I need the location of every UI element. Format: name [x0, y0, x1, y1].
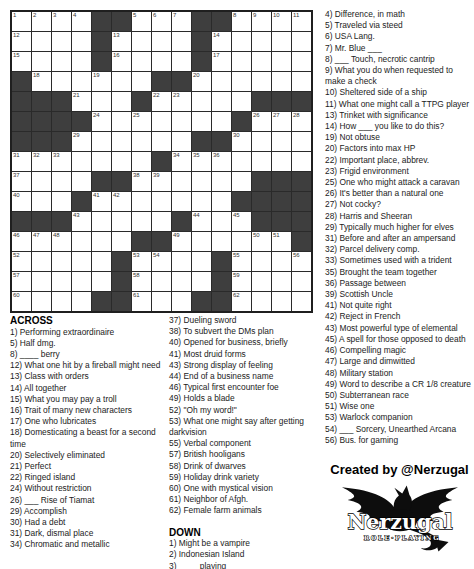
clue: 16) Trait of many new characters [10, 405, 162, 416]
grid-cell[interactable] [232, 72, 251, 91]
grid-cell[interactable]: 45 [232, 212, 251, 231]
grid-cell[interactable] [172, 272, 191, 291]
grid-cell[interactable] [152, 32, 171, 51]
grid-cell[interactable] [92, 132, 111, 151]
grid-cell-black [12, 132, 31, 151]
grid-cell[interactable]: 14 [212, 32, 231, 51]
grid-cell[interactable]: 38 [132, 172, 151, 191]
cell-number: 10 [273, 12, 280, 19]
grid-cell[interactable] [192, 232, 211, 251]
cell-number: 37 [13, 172, 20, 179]
clue: 26) It's better than a natural one [325, 188, 474, 199]
grid-cell[interactable] [232, 172, 251, 191]
grid-cell[interactable]: 42 [112, 192, 131, 211]
grid-cell[interactable]: 32 [32, 152, 51, 171]
grid-cell[interactable]: 62 [232, 292, 251, 311]
grid-cell-black [32, 112, 51, 131]
logo-subtitle-text: ROLE·PLAYING [364, 534, 440, 541]
clue: 4) Difference, in math [325, 9, 474, 20]
grid-cell[interactable] [112, 152, 131, 171]
grid-cell[interactable]: 30 [232, 132, 251, 151]
grid-cell[interactable]: 28 [292, 112, 311, 131]
grid-cell[interactable]: 6 [152, 12, 171, 31]
grid-cell[interactable]: 22 [152, 92, 171, 111]
grid-cell[interactable] [192, 272, 211, 291]
grid-cell[interactable] [152, 52, 171, 71]
cell-number: 49 [173, 232, 180, 239]
clue: 39) Scottish Uncle [325, 289, 474, 300]
grid-cell[interactable] [172, 112, 191, 131]
clue: 13) Trinket with significance [325, 110, 474, 121]
grid-cell[interactable] [272, 152, 291, 171]
grid-cell-black [112, 252, 131, 271]
grid-cell[interactable] [72, 292, 91, 311]
grid-cell[interactable] [52, 192, 71, 211]
cell-number: 62 [233, 292, 240, 299]
grid-cell[interactable] [52, 72, 71, 91]
grid-cell[interactable]: 9 [252, 12, 271, 31]
grid-cell[interactable] [92, 212, 111, 231]
grid-cell[interactable] [232, 52, 251, 71]
grid-cell[interactable]: 17 [212, 52, 231, 71]
grid-cell[interactable] [232, 152, 251, 171]
grid-cell[interactable] [92, 152, 111, 171]
clue: 20) Factors into max HP [325, 143, 474, 154]
grid-cell[interactable] [272, 292, 291, 311]
grid-cell-black [172, 72, 191, 91]
grid-cell-black [192, 292, 211, 311]
clue: 10) Sheltered side of a ship [325, 87, 474, 98]
clue: 24) Without restriction [10, 483, 162, 494]
clue: 2) Indonesian Island [169, 549, 315, 560]
cell-number: 29 [73, 132, 80, 139]
clue: 29) Typically much higher for elves [325, 222, 474, 233]
grid-cell[interactable] [32, 272, 51, 291]
dragon-logo-icon: Nerzugal ROLE·PLAYING [333, 480, 467, 562]
cell-number: 23 [173, 92, 180, 99]
grid-cell[interactable] [132, 152, 151, 171]
grid-cell[interactable] [252, 272, 271, 291]
grid-cell-black [12, 72, 31, 91]
grid-cell[interactable] [172, 52, 191, 71]
grid-cell[interactable] [132, 72, 151, 91]
grid-cell[interactable] [152, 212, 171, 231]
clue: 44) End of a business name [169, 371, 315, 382]
grid-cell[interactable] [112, 212, 131, 231]
grid-cell[interactable]: 19 [92, 72, 111, 91]
grid-cell[interactable]: 4 [72, 12, 91, 31]
cell-number: 5 [133, 12, 136, 19]
cell-number: 51 [273, 232, 280, 239]
cell-number: 18 [33, 72, 40, 79]
grid-cell[interactable]: 61 [132, 292, 151, 311]
clue: 41) Not quite right [325, 300, 474, 311]
grid-cell-black [52, 132, 71, 151]
grid-cell[interactable]: 11 [292, 12, 311, 31]
cell-number: 22 [153, 92, 160, 99]
clue: 46) Compelling magic [325, 345, 474, 356]
clue: 5) Traveled via steed [325, 20, 474, 31]
grid-cell-black [232, 192, 251, 211]
clue: 31) Before and after an ampersand [325, 233, 474, 244]
grid-cell[interactable] [112, 112, 131, 131]
clue: 36) Passage between [325, 278, 474, 289]
grid-cell[interactable]: 49 [172, 232, 191, 251]
grid-cell[interactable]: 20 [192, 72, 211, 91]
grid-cell[interactable]: 23 [172, 92, 191, 111]
clue: 8) ___ Touch, necrotic cantrip [325, 54, 474, 65]
grid-cell[interactable]: 13 [112, 32, 131, 51]
grid-cell[interactable] [72, 52, 91, 71]
cell-number: 47 [33, 232, 40, 239]
cell-number: 32 [33, 152, 40, 159]
clue: 25) One who might attack a caravan [325, 177, 474, 188]
grid-cell[interactable] [152, 272, 171, 291]
grid-cell[interactable] [212, 112, 231, 131]
grid-cell[interactable] [152, 112, 171, 131]
grid-cell[interactable]: 37 [12, 172, 31, 191]
cell-number: 31 [13, 152, 20, 159]
grid-cell[interactable]: 2 [32, 12, 51, 31]
cell-number: 27 [273, 112, 280, 119]
grid-cell[interactable]: 12 [12, 32, 31, 51]
grid-cell-black [172, 212, 191, 231]
grid-cell[interactable]: 52 [12, 252, 31, 271]
cell-number: 45 [233, 212, 240, 219]
grid-cell-black [112, 172, 131, 191]
publisher-logo: Nerzugal ROLE·PLAYING [325, 480, 474, 565]
clue: 28) Harris and Sheeran [325, 211, 474, 222]
clue: 53) Warlock companion [325, 412, 474, 423]
grid-cell-black [12, 92, 31, 111]
grid-cell[interactable] [132, 132, 151, 151]
grid-cell[interactable] [92, 272, 111, 291]
clue: 8) ____ berry [10, 349, 162, 360]
grid-cell[interactable] [132, 192, 151, 211]
grid-cell[interactable]: 34 [172, 152, 191, 171]
grid-cell[interactable] [72, 152, 91, 171]
grid-cell[interactable] [152, 192, 171, 211]
grid-cell-black [192, 12, 211, 31]
clue: 18) Domesticating a beast for a second t… [10, 427, 162, 449]
cell-number: 39 [153, 172, 160, 179]
clue: 51) Wise one [325, 401, 474, 412]
grid-cell[interactable] [292, 152, 311, 171]
cell-number: 50 [253, 232, 260, 239]
grid-cell-black [112, 272, 131, 291]
clue: 7) Mr. Blue ___ [325, 43, 474, 54]
grid-cell[interactable] [32, 172, 51, 191]
grid-cell-black [12, 212, 31, 231]
grid-cell[interactable] [272, 52, 291, 71]
grid-cell[interactable]: 36 [212, 152, 231, 171]
grid-cell-black [152, 232, 171, 251]
grid-cell-black [192, 32, 211, 51]
grid-cell[interactable]: 53 [132, 252, 151, 271]
grid-cell[interactable] [172, 192, 191, 211]
cell-number: 8 [233, 12, 236, 19]
clue: 33) Sometimes used with a trident [325, 255, 474, 266]
grid-cell-black [52, 112, 71, 131]
crossword-grid: 1234567891011121314151617181920212223242… [10, 10, 313, 313]
grid-cell[interactable]: 40 [12, 192, 31, 211]
grid-cell-black [32, 212, 51, 231]
grid-cell[interactable] [172, 172, 191, 191]
grid-cell[interactable] [112, 132, 131, 151]
cell-number: 46 [13, 232, 20, 239]
clue: 50) Subterranean race [325, 390, 474, 401]
grid-cell[interactable]: 3 [52, 12, 71, 31]
grid-cell[interactable]: 26 [252, 112, 271, 131]
grid-cell[interactable] [52, 272, 71, 291]
grid-cell-black [292, 172, 311, 191]
grid-cell[interactable]: 29 [72, 132, 91, 151]
grid-cell[interactable]: 25 [132, 112, 151, 131]
grid-cell[interactable] [132, 212, 151, 231]
grid-cell[interactable] [52, 172, 71, 191]
grid-cell[interactable]: 39 [152, 172, 171, 191]
grid-cell[interactable]: 60 [12, 292, 31, 311]
grid-cell[interactable] [172, 32, 191, 51]
grid-cell[interactable] [272, 32, 291, 51]
grid-cell[interactable] [72, 232, 91, 251]
grid-cell[interactable]: 48 [52, 232, 71, 251]
cell-number: 48 [53, 232, 60, 239]
grid-cell[interactable] [72, 172, 91, 191]
grid-cell-black [252, 212, 271, 231]
grid-cell[interactable] [52, 292, 71, 311]
grid-cell[interactable] [72, 72, 91, 91]
grid-cell[interactable]: 56 [292, 252, 311, 271]
grid-cell[interactable] [92, 92, 111, 111]
grid-cell-black [12, 112, 31, 131]
clue: 59) Holiday drink variety [169, 472, 315, 483]
cell-number: 3 [53, 12, 56, 19]
grid-cell[interactable]: 51 [272, 232, 291, 251]
grid-cell[interactable]: 8 [232, 12, 251, 31]
grid-cell[interactable]: 7 [172, 12, 191, 31]
grid-cell[interactable]: 21 [72, 92, 91, 111]
grid-cell[interactable]: 18 [32, 72, 51, 91]
grid-cell[interactable] [292, 52, 311, 71]
cell-number: 61 [133, 292, 140, 299]
clue: 5) Half dmg. [10, 338, 162, 349]
grid-cell[interactable] [132, 32, 151, 51]
grid-cell[interactable] [72, 32, 91, 51]
grid-cell[interactable]: 47 [32, 232, 51, 251]
clue: 53) What one might say after getting dar… [169, 416, 315, 438]
grid-cell[interactable] [192, 92, 211, 111]
grid-cell[interactable] [172, 132, 191, 151]
grid-cell[interactable]: 15 [12, 52, 31, 71]
grid-cell[interactable] [52, 252, 71, 271]
grid-cell-black [212, 252, 231, 271]
grid-cell[interactable]: 55 [232, 252, 251, 271]
grid-cell[interactable] [212, 232, 231, 251]
grid-cell-black [152, 152, 171, 171]
grid-cell[interactable] [212, 192, 231, 211]
grid-cell[interactable] [252, 32, 271, 51]
clue: 17) One who lubricates [10, 416, 162, 427]
grid-cell[interactable] [192, 252, 211, 271]
grid-cell[interactable] [32, 52, 51, 71]
grid-cell-black [252, 192, 271, 211]
clue: 29) Accomplish [10, 506, 162, 517]
clue: 14) All together [10, 383, 162, 394]
grid-cell[interactable] [252, 52, 271, 71]
clue: 1) Might be a vampire [169, 538, 315, 549]
cell-number: 6 [153, 12, 156, 19]
clue: 46) Typical first encounter foe [169, 382, 315, 393]
clue-column: 4) Difference, in math5) Traveled via st… [325, 9, 474, 565]
grid-cell[interactable] [292, 292, 311, 311]
grid-cell[interactable]: 10 [272, 12, 291, 31]
cell-number: 9 [253, 12, 256, 19]
grid-cell[interactable]: 54 [152, 252, 171, 271]
cell-number: 24 [93, 112, 100, 119]
grid-cell[interactable] [112, 72, 131, 91]
grid-cell[interactable]: 31 [12, 152, 31, 171]
grid-cell-black [272, 212, 291, 231]
grid-cell[interactable] [252, 292, 271, 311]
grid-cell-black [152, 72, 171, 91]
grid-cell[interactable] [272, 252, 291, 271]
grid-cell[interactable] [252, 72, 271, 91]
cell-number: 56 [293, 252, 300, 259]
cell-number: 58 [133, 272, 140, 279]
cell-number: 4 [73, 12, 76, 19]
cell-number: 11 [293, 12, 299, 19]
clue: 22) Ringed island [10, 472, 162, 483]
grid-cell[interactable]: 1 [12, 12, 31, 31]
grid-cell[interactable]: 44 [192, 212, 211, 231]
grid-cell[interactable]: 43 [72, 212, 91, 231]
clue-list-header: ACROSS [10, 315, 162, 327]
grid-cell[interactable] [252, 252, 271, 271]
grid-cell-black [212, 132, 231, 151]
grid-cell[interactable] [52, 32, 71, 51]
clue: 38) To subvert the DMs plan [169, 326, 315, 337]
grid-cell[interactable] [112, 92, 131, 111]
grid-cell[interactable] [212, 92, 231, 111]
cell-number: 44 [193, 212, 200, 219]
grid-cell[interactable] [292, 72, 311, 91]
grid-cell-black [292, 92, 311, 111]
clue: 49) Holds a blade [169, 393, 315, 404]
grid-cell[interactable] [152, 292, 171, 311]
grid-cell-black [92, 172, 111, 191]
clue-list-header: DOWN [169, 527, 315, 539]
grid-cell[interactable] [32, 32, 51, 51]
clue: 22) Important place, abbrev. [325, 155, 474, 166]
grid-cell[interactable] [212, 212, 231, 231]
cell-number: 40 [13, 192, 20, 199]
grid-cell[interactable] [32, 192, 51, 211]
clue: 37) Dueling sword [169, 315, 315, 326]
grid-cell[interactable] [32, 252, 51, 271]
clue: 56) Bus. for gaming [325, 435, 474, 446]
grid-cell[interactable] [92, 252, 111, 271]
grid-cell-black [32, 92, 51, 111]
grid-cell-black [32, 132, 51, 151]
grid-cell[interactable]: 50 [252, 232, 271, 251]
grid-cell[interactable] [292, 32, 311, 51]
clue: 35) Brought the team together [325, 267, 474, 278]
grid-cell[interactable] [232, 92, 251, 111]
grid-cell[interactable] [232, 232, 251, 251]
grid-cell[interactable]: 57 [12, 272, 31, 291]
grid-cell[interactable] [172, 252, 191, 271]
grid-cell[interactable] [192, 172, 211, 191]
grid-cell[interactable] [192, 112, 211, 131]
grid-cell[interactable] [212, 72, 231, 91]
grid-cell[interactable] [192, 192, 211, 211]
grid-cell[interactable] [232, 32, 251, 51]
grid-cell[interactable] [292, 272, 311, 291]
grid-cell[interactable]: 5 [132, 12, 151, 31]
grid-cell[interactable] [152, 132, 171, 151]
logo-name-text: Nerzugal [347, 510, 452, 534]
grid-cell[interactable] [252, 132, 271, 151]
grid-cell[interactable]: 27 [272, 112, 291, 131]
grid-cell[interactable]: 16 [112, 52, 131, 71]
grid-cell-black [192, 132, 211, 151]
clue: 48) Military station [325, 368, 474, 379]
grid-cell[interactable]: 41 [92, 192, 111, 211]
clue: 34) Chromatic and metallic [10, 539, 162, 550]
grid-cell[interactable] [292, 132, 311, 151]
cell-number: 28 [293, 112, 300, 119]
grid-cell[interactable]: 58 [132, 272, 151, 291]
grid-cell[interactable] [112, 232, 131, 251]
grid-cell[interactable] [72, 272, 91, 291]
grid-cell-black [112, 12, 131, 31]
grid-cell-black [292, 192, 311, 211]
clue: 43) Most powerful type of elemental [325, 323, 474, 334]
grid-cell[interactable] [252, 152, 271, 171]
clue: 32) Parcel delivery comp. [325, 244, 474, 255]
grid-cell[interactable]: 33 [52, 152, 71, 171]
grid-cell[interactable] [92, 232, 111, 251]
grid-cell[interactable]: 46 [12, 232, 31, 251]
clue: 14) How ___ you like to do this? [325, 121, 474, 132]
grid-cell[interactable] [212, 172, 231, 191]
grid-cell[interactable] [72, 252, 91, 271]
cell-number: 14 [213, 32, 220, 39]
cell-number: 35 [193, 152, 200, 159]
grid-cell[interactable]: 24 [92, 112, 111, 131]
grid-cell[interactable] [132, 52, 151, 71]
grid-cell[interactable] [52, 52, 71, 71]
grid-cell-black [212, 12, 231, 31]
cell-number: 26 [253, 112, 260, 119]
grid-cell[interactable] [272, 72, 291, 91]
cell-number: 38 [133, 172, 140, 179]
clue: 58) Drink of dwarves [169, 461, 315, 472]
cell-number: 17 [213, 52, 220, 59]
grid-cell-black [252, 172, 271, 191]
clue: 15) What you may pay a troll [10, 394, 162, 405]
grid-cell[interactable]: 59 [232, 272, 251, 291]
cell-number: 54 [153, 252, 160, 259]
grid-cell[interactable] [272, 272, 291, 291]
grid-cell[interactable] [172, 292, 191, 311]
cell-number: 12 [13, 32, 20, 39]
grid-cell[interactable] [272, 132, 291, 151]
grid-cell[interactable] [32, 292, 51, 311]
grid-cell[interactable]: 35 [192, 152, 211, 171]
clue: 45) A spell for those opposed to death [325, 334, 474, 345]
